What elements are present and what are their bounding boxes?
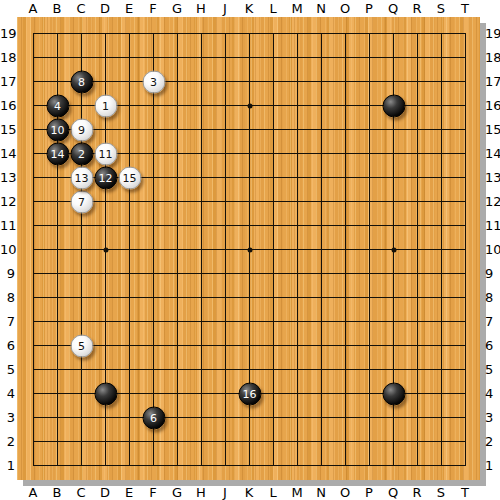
col-label-top: K bbox=[245, 2, 254, 15]
col-label-top: Q bbox=[388, 2, 398, 15]
star-point bbox=[103, 247, 108, 252]
stone-number: 10 bbox=[51, 124, 65, 135]
row-label-right: 13 bbox=[485, 171, 500, 184]
row-label-left: 13 bbox=[0, 171, 15, 184]
col-label-top: N bbox=[316, 2, 326, 15]
row-label-right: 11 bbox=[485, 219, 500, 232]
col-label-bottom: P bbox=[365, 486, 373, 499]
go-diagram-page: 12345678910111213141516 AABBCCDDEEFFGGHH… bbox=[0, 0, 500, 500]
col-label-top: J bbox=[223, 2, 227, 15]
go-board[interactable]: 12345678910111213141516 bbox=[17, 17, 480, 480]
row-label-right: 4 bbox=[485, 387, 493, 400]
row-label-right: 14 bbox=[485, 147, 500, 160]
row-label-left: 4 bbox=[0, 387, 15, 400]
row-label-left: 1 bbox=[0, 459, 15, 472]
black-stone[interactable]: 12 bbox=[94, 166, 117, 189]
col-label-bottom: K bbox=[245, 486, 254, 499]
col-label-bottom: C bbox=[76, 486, 85, 499]
col-label-top: H bbox=[196, 2, 206, 15]
white-stone[interactable]: 9 bbox=[70, 118, 93, 141]
row-label-right: 18 bbox=[485, 51, 500, 64]
row-label-left: 9 bbox=[0, 267, 15, 280]
row-label-right: 9 bbox=[485, 267, 493, 280]
black-stone[interactable] bbox=[94, 382, 117, 405]
stone-number: 2 bbox=[78, 148, 85, 159]
col-label-bottom: S bbox=[437, 486, 445, 499]
col-label-bottom: T bbox=[461, 486, 469, 499]
col-label-bottom: D bbox=[100, 486, 110, 499]
row-label-right: 1 bbox=[485, 459, 493, 472]
stone-number: 4 bbox=[54, 100, 61, 111]
col-label-bottom: B bbox=[53, 486, 62, 499]
star-point bbox=[391, 247, 396, 252]
row-label-right: 15 bbox=[485, 123, 500, 136]
row-label-right: 6 bbox=[485, 339, 493, 352]
row-label-left: 8 bbox=[0, 291, 15, 304]
stone-number: 16 bbox=[243, 388, 257, 399]
col-label-top: F bbox=[149, 2, 156, 15]
white-stone[interactable]: 3 bbox=[142, 70, 165, 93]
row-label-left: 3 bbox=[0, 411, 15, 424]
row-label-left: 11 bbox=[0, 219, 15, 232]
row-label-right: 8 bbox=[485, 291, 493, 304]
col-label-top: R bbox=[412, 2, 421, 15]
row-label-right: 12 bbox=[485, 195, 500, 208]
col-label-top: T bbox=[461, 2, 469, 15]
col-label-bottom: N bbox=[316, 486, 326, 499]
stone-number: 5 bbox=[78, 340, 85, 351]
row-label-left: 14 bbox=[0, 147, 15, 160]
col-label-top: L bbox=[269, 2, 276, 15]
col-label-bottom: O bbox=[340, 486, 350, 499]
col-label-bottom: F bbox=[149, 486, 156, 499]
row-label-right: 7 bbox=[485, 315, 493, 328]
stone-number: 1 bbox=[102, 100, 109, 111]
row-label-left: 18 bbox=[0, 51, 15, 64]
row-label-left: 16 bbox=[0, 99, 15, 112]
col-label-bottom: E bbox=[125, 486, 133, 499]
black-stone[interactable]: 4 bbox=[46, 94, 69, 117]
stone-number: 9 bbox=[78, 124, 85, 135]
stone-number: 15 bbox=[123, 172, 137, 183]
stone-number: 12 bbox=[99, 172, 113, 183]
row-label-left: 6 bbox=[0, 339, 15, 352]
row-label-right: 19 bbox=[485, 27, 500, 40]
row-label-left: 15 bbox=[0, 123, 15, 136]
col-label-top: S bbox=[437, 2, 445, 15]
row-label-left: 10 bbox=[0, 243, 15, 256]
col-label-bottom: G bbox=[172, 486, 182, 499]
row-label-left: 12 bbox=[0, 195, 15, 208]
stone-number: 13 bbox=[75, 172, 89, 183]
row-label-right: 5 bbox=[485, 363, 493, 376]
row-label-left: 17 bbox=[0, 75, 15, 88]
black-stone[interactable]: 2 bbox=[70, 142, 93, 165]
black-stone[interactable] bbox=[382, 94, 405, 117]
black-stone[interactable]: 10 bbox=[46, 118, 69, 141]
col-label-bottom: L bbox=[269, 486, 276, 499]
row-label-left: 2 bbox=[0, 435, 15, 448]
row-label-left: 5 bbox=[0, 363, 15, 376]
row-label-right: 2 bbox=[485, 435, 493, 448]
col-label-bottom: R bbox=[412, 486, 421, 499]
col-label-top: E bbox=[125, 2, 133, 15]
star-point bbox=[247, 103, 252, 108]
board-grid[interactable]: 12345678910111213141516 bbox=[33, 33, 466, 466]
white-stone[interactable]: 13 bbox=[70, 166, 93, 189]
col-label-bottom: M bbox=[291, 486, 302, 499]
col-label-top: B bbox=[53, 2, 62, 15]
col-label-top: G bbox=[172, 2, 182, 15]
black-stone[interactable]: 6 bbox=[142, 406, 165, 429]
star-point bbox=[247, 247, 252, 252]
row-label-right: 17 bbox=[485, 75, 500, 88]
black-stone[interactable]: 8 bbox=[70, 70, 93, 93]
row-label-right: 10 bbox=[485, 243, 500, 256]
white-stone[interactable]: 7 bbox=[70, 190, 93, 213]
stone-number: 6 bbox=[150, 412, 157, 423]
col-label-bottom: J bbox=[223, 486, 227, 499]
row-label-left: 19 bbox=[0, 27, 15, 40]
stone-number: 11 bbox=[99, 148, 113, 159]
col-label-bottom: H bbox=[196, 486, 206, 499]
stone-number: 7 bbox=[78, 196, 85, 207]
row-label-right: 3 bbox=[485, 411, 493, 424]
white-stone[interactable]: 1 bbox=[94, 94, 117, 117]
col-label-top: D bbox=[100, 2, 110, 15]
col-label-top: P bbox=[365, 2, 373, 15]
col-label-bottom: A bbox=[29, 486, 38, 499]
stone-number: 14 bbox=[51, 148, 65, 159]
col-label-top: M bbox=[291, 2, 302, 15]
white-stone[interactable]: 5 bbox=[70, 334, 93, 357]
stone-number: 3 bbox=[150, 76, 157, 87]
white-stone[interactable]: 11 bbox=[94, 142, 117, 165]
row-label-left: 7 bbox=[0, 315, 15, 328]
black-stone[interactable]: 16 bbox=[238, 382, 261, 405]
stone-number: 8 bbox=[78, 76, 85, 87]
row-label-right: 16 bbox=[485, 99, 500, 112]
col-label-bottom: Q bbox=[388, 486, 398, 499]
black-stone[interactable] bbox=[382, 382, 405, 405]
col-label-top: A bbox=[29, 2, 38, 15]
black-stone[interactable]: 14 bbox=[46, 142, 69, 165]
col-label-top: C bbox=[76, 2, 85, 15]
col-label-top: O bbox=[340, 2, 350, 15]
white-stone[interactable]: 15 bbox=[118, 166, 141, 189]
